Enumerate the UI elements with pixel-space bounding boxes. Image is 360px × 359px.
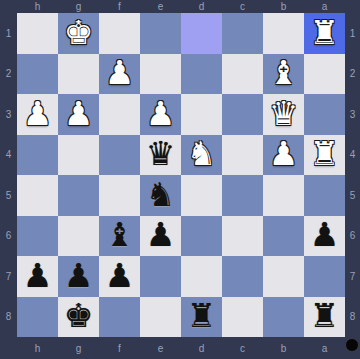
black-rook[interactable]: ♜	[187, 299, 217, 332]
rank-label-2: 2	[345, 54, 360, 95]
square-b2[interactable]: ♝	[263, 54, 304, 95]
square-f7[interactable]: ♟	[99, 256, 140, 297]
square-f1[interactable]	[99, 13, 140, 54]
black-pawn[interactable]: ♟	[23, 259, 53, 292]
black-king[interactable]: ♚	[64, 299, 94, 332]
square-f6[interactable]: ♝	[99, 216, 140, 257]
square-c6[interactable]	[222, 216, 263, 257]
file-label-d: d	[181, 337, 222, 359]
white-pawn[interactable]: ♟	[269, 137, 299, 170]
black-rook[interactable]: ♜	[310, 299, 340, 332]
file-label-b: b	[263, 0, 304, 13]
file-label-c: c	[222, 337, 263, 359]
file-label-c: c	[222, 0, 263, 13]
file-label-g: g	[58, 0, 99, 13]
square-f3[interactable]	[99, 94, 140, 135]
black-to-move-indicator	[345, 338, 359, 352]
square-c7[interactable]	[222, 256, 263, 297]
black-pawn[interactable]: ♟	[64, 259, 94, 292]
square-d5[interactable]	[181, 175, 222, 216]
file-labels-top: hgfedcba	[17, 0, 345, 13]
file-label-e: e	[140, 0, 181, 13]
file-label-a: a	[304, 337, 345, 359]
square-f5[interactable]	[99, 175, 140, 216]
square-e5[interactable]: ♞	[140, 175, 181, 216]
square-h1[interactable]	[17, 13, 58, 54]
file-labels-bottom: hgfedcba	[17, 337, 345, 359]
white-queen[interactable]: ♛	[269, 97, 299, 130]
white-bishop[interactable]: ♝	[269, 56, 299, 89]
rank-label-4: 4	[0, 135, 17, 176]
file-label-e: e	[140, 337, 181, 359]
square-h6[interactable]	[17, 216, 58, 257]
square-e1[interactable]	[140, 13, 181, 54]
file-label-d: d	[181, 0, 222, 13]
square-c2[interactable]	[222, 54, 263, 95]
file-label-h: h	[17, 0, 58, 13]
square-h4[interactable]	[17, 135, 58, 176]
white-pawn[interactable]: ♟	[64, 97, 94, 130]
square-a7[interactable]	[304, 256, 345, 297]
square-h2[interactable]	[17, 54, 58, 95]
square-a4[interactable]: ♜	[304, 135, 345, 176]
square-g1[interactable]: ♚	[58, 13, 99, 54]
rank-label-7: 7	[345, 256, 360, 297]
file-label-f: f	[99, 0, 140, 13]
rank-label-3: 3	[0, 94, 17, 135]
square-g3[interactable]: ♟	[58, 94, 99, 135]
rank-label-6: 6	[0, 216, 17, 257]
white-knight[interactable]: ♞	[187, 137, 217, 170]
square-b4[interactable]: ♟	[263, 135, 304, 176]
rank-label-3: 3	[345, 94, 360, 135]
square-f2[interactable]: ♟	[99, 54, 140, 95]
square-e3[interactable]: ♟	[140, 94, 181, 135]
file-label-h: h	[17, 337, 58, 359]
chess-board: ♚♜♟♝♟♟♟♛♛♞♟♜♞♝♟♟♟♟♟♚♜♜	[17, 13, 345, 337]
rank-label-1: 1	[345, 13, 360, 54]
file-label-b: b	[263, 337, 304, 359]
square-g6[interactable]	[58, 216, 99, 257]
square-e6[interactable]: ♟	[140, 216, 181, 257]
square-b8[interactable]	[263, 297, 304, 338]
rank-label-8: 8	[0, 297, 17, 338]
square-a5[interactable]	[304, 175, 345, 216]
square-a1[interactable]: ♜	[304, 13, 345, 54]
rank-label-8: 8	[345, 297, 360, 338]
square-b7[interactable]	[263, 256, 304, 297]
square-f4[interactable]	[99, 135, 140, 176]
square-e8[interactable]	[140, 297, 181, 338]
square-e7[interactable]	[140, 256, 181, 297]
white-rook[interactable]: ♜	[310, 137, 340, 170]
rank-label-6: 6	[345, 216, 360, 257]
rank-label-7: 7	[0, 256, 17, 297]
square-h8[interactable]	[17, 297, 58, 338]
square-d4[interactable]: ♞	[181, 135, 222, 176]
square-h3[interactable]: ♟	[17, 94, 58, 135]
square-d8[interactable]: ♜	[181, 297, 222, 338]
square-e2[interactable]	[140, 54, 181, 95]
square-g8[interactable]: ♚	[58, 297, 99, 338]
rank-labels-right: 12345678	[345, 13, 360, 337]
square-a2[interactable]	[304, 54, 345, 95]
square-c8[interactable]	[222, 297, 263, 338]
file-label-g: g	[58, 337, 99, 359]
square-c4[interactable]	[222, 135, 263, 176]
white-rook[interactable]: ♜	[310, 16, 340, 49]
square-h5[interactable]	[17, 175, 58, 216]
white-king[interactable]: ♚	[64, 16, 94, 49]
square-a3[interactable]	[304, 94, 345, 135]
square-d1[interactable]	[181, 13, 222, 54]
square-c5[interactable]	[222, 175, 263, 216]
black-pawn[interactable]: ♟	[105, 259, 135, 292]
square-b3[interactable]: ♛	[263, 94, 304, 135]
square-g2[interactable]	[58, 54, 99, 95]
chess-app: hgfedcba 12345678 12345678 ♚♜♟♝♟♟♟♛♛♞♟♜♞…	[0, 0, 360, 359]
rank-labels-left: 12345678	[0, 13, 17, 337]
file-label-f: f	[99, 337, 140, 359]
square-d6[interactable]	[181, 216, 222, 257]
square-b6[interactable]	[263, 216, 304, 257]
square-h7[interactable]: ♟	[17, 256, 58, 297]
white-pawn[interactable]: ♟	[105, 56, 135, 89]
rank-label-5: 5	[0, 175, 17, 216]
square-g4[interactable]	[58, 135, 99, 176]
black-bishop[interactable]: ♝	[105, 218, 135, 251]
square-d2[interactable]	[181, 54, 222, 95]
black-knight[interactable]: ♞	[146, 178, 176, 211]
square-a6[interactable]: ♟	[304, 216, 345, 257]
rank-label-2: 2	[0, 54, 17, 95]
black-pawn[interactable]: ♟	[146, 218, 176, 251]
square-d3[interactable]	[181, 94, 222, 135]
square-b1[interactable]	[263, 13, 304, 54]
file-label-a: a	[304, 0, 345, 13]
black-queen[interactable]: ♛	[146, 137, 176, 170]
square-b5[interactable]	[263, 175, 304, 216]
black-pawn[interactable]: ♟	[310, 218, 340, 251]
square-c1[interactable]	[222, 13, 263, 54]
square-c3[interactable]	[222, 94, 263, 135]
square-g5[interactable]	[58, 175, 99, 216]
rank-label-1: 1	[0, 13, 17, 54]
square-f8[interactable]	[99, 297, 140, 338]
square-d7[interactable]	[181, 256, 222, 297]
white-pawn[interactable]: ♟	[23, 97, 53, 130]
square-a8[interactable]: ♜	[304, 297, 345, 338]
square-e4[interactable]: ♛	[140, 135, 181, 176]
rank-label-4: 4	[345, 135, 360, 176]
rank-label-5: 5	[345, 175, 360, 216]
white-pawn[interactable]: ♟	[146, 97, 176, 130]
square-g7[interactable]: ♟	[58, 256, 99, 297]
